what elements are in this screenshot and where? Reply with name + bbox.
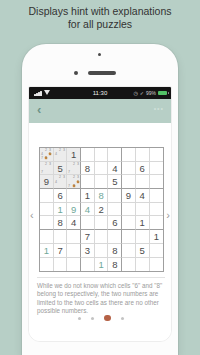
- sudoku-cell-r5c7[interactable]: [122, 203, 136, 217]
- sudoku-cell-r2c3[interactable]: 237: [67, 162, 81, 176]
- pagination-dot[interactable]: [121, 317, 124, 320]
- sudoku-cell-r2c5[interactable]: [95, 162, 109, 176]
- sudoku-cell-r5c8[interactable]: [136, 203, 150, 217]
- sudoku-cell-r7c2[interactable]: [54, 230, 68, 244]
- sudoku-cell-r7c7[interactable]: [122, 230, 136, 244]
- sudoku-cell-r1c7[interactable]: [122, 148, 136, 162]
- pencil-marks: 237: [67, 162, 80, 175]
- sudoku-cell-r9c7[interactable]: [122, 258, 136, 272]
- phone-camera-icon: [74, 71, 78, 75]
- sudoku-cell-r6c7[interactable]: [122, 216, 136, 230]
- sudoku-cell-r1c6[interactable]: [108, 148, 122, 162]
- sudoku-cell-r6c5[interactable]: [95, 216, 109, 230]
- sudoku-cell-r6c1[interactable]: [40, 216, 54, 230]
- back-button[interactable]: ‹: [37, 102, 41, 117]
- sudoku-cell-r4c7[interactable]: 9: [122, 189, 136, 203]
- sudoku-cell-r9c3[interactable]: [67, 258, 81, 272]
- pencil-marks: 234678: [40, 148, 53, 161]
- sudoku-cell-r6c3[interactable]: 4: [67, 216, 81, 230]
- sudoku-cell-r4c1[interactable]: [40, 189, 54, 203]
- hint-divider: [37, 277, 165, 278]
- sudoku-cell-r3c2[interactable]: 234: [54, 175, 68, 189]
- sudoku-cell-r3c5[interactable]: [95, 175, 109, 189]
- sudoku-cell-r4c3[interactable]: [67, 189, 81, 203]
- sudoku-cell-r8c5[interactable]: [95, 244, 109, 258]
- sudoku-cell-r5c6[interactable]: [108, 203, 122, 217]
- screen-content: 2346782341237523784692342367856189419428…: [29, 123, 171, 342]
- sudoku-cell-r1c3[interactable]: 1: [67, 148, 81, 162]
- caption-line-1: Displays hint with explanations: [0, 5, 200, 18]
- sudoku-cell-r4c6[interactable]: [108, 189, 122, 203]
- sudoku-cell-r5c1[interactable]: [40, 203, 54, 217]
- pencil-marks: 237: [40, 162, 53, 175]
- sudoku-cell-r8c2[interactable]: 7: [54, 244, 68, 258]
- sudoku-cell-r7c8[interactable]: [136, 230, 150, 244]
- sudoku-cell-r3c9[interactable]: [150, 175, 164, 189]
- sudoku-cell-r3c6[interactable]: 5: [108, 175, 122, 189]
- sudoku-cell-r7c3[interactable]: [67, 230, 81, 244]
- screenshot-caption: Displays hint with explanations for all …: [0, 5, 200, 31]
- pagination-dot[interactable]: [91, 317, 94, 320]
- sudoku-cell-r1c9[interactable]: [150, 148, 164, 162]
- sudoku-cell-r5c3[interactable]: 9: [67, 203, 81, 217]
- battery-icon: [158, 91, 167, 96]
- sudoku-cell-r1c5[interactable]: [95, 148, 109, 162]
- sudoku-cell-r1c2[interactable]: 234: [54, 148, 68, 162]
- sudoku-cell-r8c8[interactable]: 5: [136, 244, 150, 258]
- phone-speaker: [88, 71, 116, 75]
- sudoku-cell-r6c4[interactable]: [81, 216, 95, 230]
- sudoku-cell-r4c5[interactable]: 8: [95, 189, 109, 203]
- sudoku-cell-r9c4[interactable]: [81, 258, 95, 272]
- sudoku-grid: 2346782341237523784692342367856189419428…: [39, 147, 164, 272]
- sudoku-cell-r6c2[interactable]: 8: [54, 216, 68, 230]
- sudoku-cell-r2c6[interactable]: 4: [108, 162, 122, 176]
- sudoku-cell-r3c8[interactable]: [136, 175, 150, 189]
- sudoku-cell-r8c6[interactable]: 8: [108, 244, 122, 258]
- sudoku-cell-r4c2[interactable]: 6: [54, 189, 68, 203]
- sudoku-cell-r3c7[interactable]: [122, 175, 136, 189]
- sudoku-cell-r4c8[interactable]: 4: [136, 189, 150, 203]
- sudoku-cell-r8c4[interactable]: 3: [81, 244, 95, 258]
- sudoku-cell-r5c2[interactable]: 1: [54, 203, 68, 217]
- pencil-marks: 234: [54, 148, 67, 161]
- sudoku-cell-r2c1[interactable]: 237: [40, 162, 54, 176]
- sudoku-cell-r2c9[interactable]: [150, 162, 164, 176]
- sudoku-cell-r9c5[interactable]: 1: [95, 258, 109, 272]
- sudoku-cell-r6c6[interactable]: 6: [108, 216, 122, 230]
- hint-text: While we do not know which cells "6" and…: [37, 282, 166, 315]
- sudoku-cell-r6c9[interactable]: [150, 216, 164, 230]
- sudoku-cell-r4c4[interactable]: 1: [81, 189, 95, 203]
- pagination-dot[interactable]: [78, 317, 81, 320]
- phone-mockup: 11:30 ◷ ✓ 99% ‹ ••• 23467823412375237846…: [22, 44, 178, 355]
- sudoku-cell-r9c1[interactable]: [40, 258, 54, 272]
- sudoku-cell-r3c1[interactable]: 9: [40, 175, 54, 189]
- sudoku-cell-r2c7[interactable]: [122, 162, 136, 176]
- pencil-marks: 23678: [67, 175, 80, 188]
- sudoku-cell-r2c2[interactable]: 5: [54, 162, 68, 176]
- sudoku-cell-r7c9[interactable]: 1: [150, 230, 164, 244]
- pagination-dots: [29, 313, 172, 323]
- sudoku-cell-r7c5[interactable]: [95, 230, 109, 244]
- next-hint-chevron[interactable]: ›: [166, 209, 170, 221]
- sudoku-cell-r7c6[interactable]: [108, 230, 122, 244]
- sudoku-cell-r5c9[interactable]: [150, 203, 164, 217]
- sudoku-cell-r7c1[interactable]: [40, 230, 54, 244]
- sudoku-cell-r5c5[interactable]: 2: [95, 203, 109, 217]
- menu-dots-icon[interactable]: •••: [154, 105, 164, 112]
- caption-line-2: for all puzzles: [0, 18, 200, 31]
- sudoku-cell-r2c4[interactable]: 8: [81, 162, 95, 176]
- sudoku-cell-r2c8[interactable]: 6: [136, 162, 150, 176]
- prev-hint-chevron[interactable]: ‹: [30, 209, 34, 221]
- sudoku-cell-r9c8[interactable]: [136, 258, 150, 272]
- status-bar: 11:30 ◷ ✓ 99%: [29, 87, 171, 99]
- pencil-marks: 234: [54, 175, 67, 188]
- sudoku-cell-r3c4[interactable]: [81, 175, 95, 189]
- phone-screen: 11:30 ◷ ✓ 99% ‹ ••• 23467823412375237846…: [28, 86, 172, 342]
- sudoku-cell-r9c6[interactable]: 8: [108, 258, 122, 272]
- sudoku-cell-r1c1[interactable]: 234678: [40, 148, 54, 162]
- sudoku-cell-r8c7[interactable]: [122, 244, 136, 258]
- sudoku-cell-r8c9[interactable]: [150, 244, 164, 258]
- sudoku-cell-r9c9[interactable]: [150, 258, 164, 272]
- sudoku-cell-r5c4[interactable]: 4: [81, 203, 95, 217]
- sudoku-cell-r4c9[interactable]: [150, 189, 164, 203]
- sudoku-cell-r1c4[interactable]: [81, 148, 95, 162]
- sudoku-cell-r8c1[interactable]: 1: [40, 244, 54, 258]
- sudoku-cell-r6c8[interactable]: 1: [136, 216, 150, 230]
- sudoku-cell-r8c3[interactable]: [67, 244, 81, 258]
- sudoku-cell-r7c4[interactable]: 7: [81, 230, 95, 244]
- phone-sensor-dot: [98, 53, 101, 56]
- app-header: ‹ •••: [29, 99, 171, 123]
- pagination-dot-active[interactable]: [104, 315, 111, 322]
- sudoku-cell-r1c8[interactable]: [136, 148, 150, 162]
- sudoku-cell-r3c3[interactable]: 23678: [67, 175, 81, 189]
- app-store-screenshot: Displays hint with explanations for all …: [0, 0, 200, 355]
- sudoku-cell-r9c2[interactable]: [54, 258, 68, 272]
- status-time: 11:30: [29, 90, 171, 96]
